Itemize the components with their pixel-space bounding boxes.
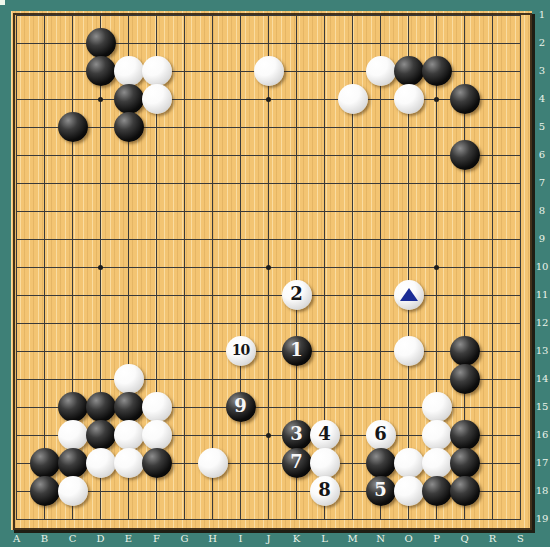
black-stone: 5 (366, 476, 396, 506)
grid-line-vertical (520, 15, 521, 520)
star-point (434, 97, 439, 102)
white-stone: 2 (282, 280, 312, 310)
white-stone (58, 476, 88, 506)
grid-line-horizontal (16, 519, 521, 520)
black-stone (450, 476, 480, 506)
grid-line-horizontal (16, 379, 521, 380)
star-point (98, 265, 103, 270)
row-label: 4 (534, 93, 550, 105)
grid-line-vertical (492, 15, 493, 520)
row-label: 14 (534, 373, 550, 385)
white-stone (142, 56, 172, 86)
white-stone (422, 392, 452, 422)
row-label: 5 (534, 121, 550, 133)
column-label: F (149, 532, 165, 545)
star-point (434, 265, 439, 270)
move-number-label: 6 (374, 425, 387, 443)
column-label: B (37, 532, 53, 545)
corner-artifact (0, 0, 5, 5)
move-number-label: 5 (374, 481, 387, 499)
white-stone (394, 336, 424, 366)
row-label: 6 (534, 149, 550, 161)
black-stone (142, 448, 172, 478)
star-point (266, 433, 271, 438)
grid-line-vertical (240, 15, 241, 520)
white-stone: 6 (366, 420, 396, 450)
black-stone (86, 56, 116, 86)
column-label: K (289, 532, 305, 545)
white-stone (254, 56, 284, 86)
black-stone (58, 392, 88, 422)
black-stone (58, 112, 88, 142)
black-stone: 7 (282, 448, 312, 478)
white-stone (366, 56, 396, 86)
row-label: 7 (534, 177, 550, 189)
black-stone (114, 112, 144, 142)
column-label: P (429, 532, 445, 545)
white-stone (142, 392, 172, 422)
column-label: R (485, 532, 501, 545)
row-label: 13 (534, 345, 550, 357)
triangle-marker-icon (400, 288, 418, 301)
black-stone: 1 (282, 336, 312, 366)
row-label: 3 (534, 65, 550, 77)
move-number-label: 1 (290, 341, 303, 359)
row-label: 15 (534, 401, 550, 413)
column-label: H (205, 532, 221, 545)
black-stone (422, 476, 452, 506)
black-stone (114, 392, 144, 422)
move-number-label: 8 (318, 481, 331, 499)
column-label: G (177, 532, 193, 545)
grid-line-horizontal (16, 323, 521, 324)
white-stone (142, 420, 172, 450)
white-stone (86, 448, 116, 478)
grid-line-vertical (212, 15, 213, 520)
white-stone (114, 364, 144, 394)
white-stone (142, 84, 172, 114)
column-label: M (345, 532, 361, 545)
column-label: I (233, 532, 249, 545)
column-label: D (93, 532, 109, 545)
move-number-label: 7 (290, 453, 303, 471)
black-stone (366, 448, 396, 478)
white-stone (394, 280, 424, 310)
move-number-label: 3 (290, 425, 303, 443)
row-label: 12 (534, 317, 550, 329)
black-stone (450, 364, 480, 394)
white-stone (394, 84, 424, 114)
white-stone (114, 420, 144, 450)
row-label: 19 (534, 513, 550, 525)
white-stone (58, 420, 88, 450)
row-label: 17 (534, 457, 550, 469)
column-label: L (317, 532, 333, 545)
white-stone (114, 448, 144, 478)
go-kifu-diagram: 12345678910111213141516171819ABCDEFGHIJK… (0, 0, 550, 547)
row-label: 18 (534, 485, 550, 497)
white-stone (338, 84, 368, 114)
grid-line-horizontal (16, 295, 521, 296)
white-stone (394, 448, 424, 478)
white-stone (310, 448, 340, 478)
grid-line-vertical (16, 15, 17, 520)
black-stone (450, 420, 480, 450)
row-label: 16 (534, 429, 550, 441)
column-label: Q (457, 532, 473, 545)
black-stone: 3 (282, 420, 312, 450)
star-point (266, 265, 271, 270)
black-stone (450, 336, 480, 366)
black-stone (450, 140, 480, 170)
move-number-label: 9 (234, 397, 247, 415)
row-label: 11 (534, 289, 550, 301)
column-label: O (401, 532, 417, 545)
black-stone (86, 28, 116, 58)
column-label: E (121, 532, 137, 545)
white-stone: 4 (310, 420, 340, 450)
white-stone (394, 476, 424, 506)
column-label: N (373, 532, 389, 545)
move-number-label: 4 (318, 425, 331, 443)
white-stone (422, 448, 452, 478)
star-point (98, 97, 103, 102)
move-number-label: 10 (232, 343, 249, 357)
white-stone (114, 56, 144, 86)
white-stone: 8 (310, 476, 340, 506)
row-label: 10 (534, 261, 550, 273)
column-label: J (261, 532, 277, 545)
white-stone (198, 448, 228, 478)
black-stone (394, 56, 424, 86)
grid-line-horizontal (16, 351, 521, 352)
black-stone: 9 (226, 392, 256, 422)
white-stone (422, 420, 452, 450)
grid-line-vertical (184, 15, 185, 520)
black-stone (86, 392, 116, 422)
black-stone (450, 84, 480, 114)
star-point (266, 97, 271, 102)
grid-line-vertical (44, 15, 45, 520)
black-stone (86, 420, 116, 450)
black-stone (114, 84, 144, 114)
row-label: 2 (534, 37, 550, 49)
black-stone (450, 448, 480, 478)
black-stone (422, 56, 452, 86)
row-label: 9 (534, 233, 550, 245)
white-stone: 10 (226, 336, 256, 366)
black-stone (58, 448, 88, 478)
row-label: 8 (534, 205, 550, 217)
black-stone (30, 448, 60, 478)
black-stone (30, 476, 60, 506)
column-label: C (65, 532, 81, 545)
move-number-label: 2 (290, 285, 303, 303)
column-label: A (9, 532, 25, 545)
row-label: 1 (534, 9, 550, 21)
column-label: S (513, 532, 529, 545)
